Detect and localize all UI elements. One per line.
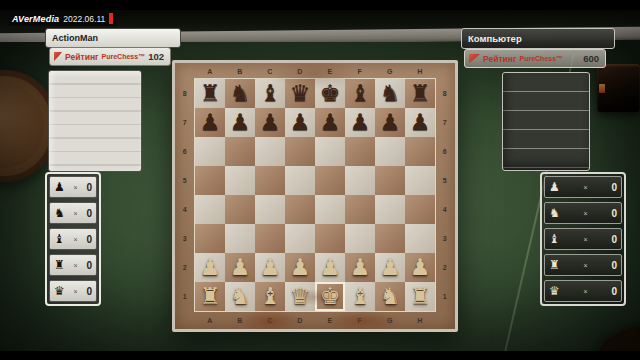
coord-label-8: 8 xyxy=(175,79,195,108)
square-b7[interactable]: ♟ xyxy=(225,108,255,137)
move-list-right xyxy=(502,72,590,171)
captured-count: 0 xyxy=(86,286,92,297)
square-d3[interactable] xyxy=(285,224,315,253)
record-indicator-icon xyxy=(109,13,113,24)
multiply-sign: × xyxy=(584,288,588,295)
square-f2[interactable]: ♟ xyxy=(345,253,375,282)
square-a1[interactable]: ♜ xyxy=(195,282,225,311)
piece-black-knight: ♞ xyxy=(230,82,251,105)
square-b3[interactable] xyxy=(225,224,255,253)
square-f4[interactable] xyxy=(345,195,375,224)
square-e7[interactable]: ♟ xyxy=(315,108,345,137)
square-g4[interactable] xyxy=(375,195,405,224)
piece-white-knight: ♞ xyxy=(230,285,251,308)
player-name-left-label: ActionMan xyxy=(52,33,98,43)
square-h1[interactable]: ♜ xyxy=(405,282,435,311)
coord-label-2: 2 xyxy=(175,253,195,282)
captured-row-left-pawn: ♟×0 xyxy=(49,176,97,198)
square-c5[interactable] xyxy=(255,166,285,195)
captured-tray-right: ♟×0♞×0♝×0♜×0♛×0 xyxy=(540,172,626,306)
piece-white-pawn: ♟ xyxy=(410,256,431,279)
board-corner xyxy=(435,63,455,79)
board-corner xyxy=(175,311,195,329)
multiply-sign: × xyxy=(74,184,78,191)
captured-row-right-bishop: ♝×0 xyxy=(544,228,622,250)
coord-label-5: 5 xyxy=(175,166,195,195)
coord-label-6: 6 xyxy=(435,137,455,166)
square-g2[interactable]: ♟ xyxy=(375,253,405,282)
square-a4[interactable] xyxy=(195,195,225,224)
piece-white-king: ♚ xyxy=(320,285,341,308)
coord-label-7: 7 xyxy=(435,108,455,137)
square-c8[interactable]: ♝ xyxy=(255,79,285,108)
square-d1[interactable]: ♛ xyxy=(285,282,315,311)
coord-label-f: F xyxy=(345,63,375,79)
multiply-sign: × xyxy=(584,210,588,217)
square-h7[interactable]: ♟ xyxy=(405,108,435,137)
queen-icon: ♛ xyxy=(54,285,65,297)
square-h8[interactable]: ♜ xyxy=(405,79,435,108)
screen: ABCDEFGH8♜♞♝♛♚♝♞♜87♟♟♟♟♟♟♟♟7665544332♟♟♟… xyxy=(0,0,640,360)
multiply-sign: × xyxy=(584,236,588,243)
captured-count: 0 xyxy=(86,208,92,219)
square-b5[interactable] xyxy=(225,166,255,195)
coord-label-3: 3 xyxy=(435,224,455,253)
coord-label-e: E xyxy=(315,311,345,329)
rating-brand: PureChess™ xyxy=(519,55,563,62)
rook-icon: ♜ xyxy=(54,259,65,271)
piece-black-pawn: ♟ xyxy=(380,111,401,134)
player-name-left: ActionMan xyxy=(45,28,181,48)
square-c3[interactable] xyxy=(255,224,285,253)
piece-black-rook: ♜ xyxy=(410,82,431,105)
rating-flag-icon xyxy=(469,54,480,63)
square-h3[interactable] xyxy=(405,224,435,253)
multiply-sign: × xyxy=(74,210,78,217)
multiply-sign: × xyxy=(74,236,78,243)
coord-label-h: H xyxy=(405,63,435,79)
coord-label-c: C xyxy=(255,63,285,79)
square-c4[interactable] xyxy=(255,195,285,224)
square-g5[interactable] xyxy=(375,166,405,195)
piece-white-knight: ♞ xyxy=(380,285,401,308)
square-g6[interactable] xyxy=(375,137,405,166)
avermedia-logo: AVerMedia xyxy=(12,14,59,24)
square-d6[interactable] xyxy=(285,137,315,166)
multiply-sign: × xyxy=(584,262,588,269)
square-e5[interactable] xyxy=(315,166,345,195)
square-e8[interactable]: ♚ xyxy=(315,79,345,108)
coord-label-8: 8 xyxy=(435,79,455,108)
rating-brand: PureChess™ xyxy=(102,53,146,60)
square-b8[interactable]: ♞ xyxy=(225,79,255,108)
rook-icon: ♜ xyxy=(549,259,560,271)
coord-label-1: 1 xyxy=(435,282,455,311)
move-list-left xyxy=(48,70,142,172)
captured-row-left-queen: ♛×0 xyxy=(49,280,97,302)
captured-row-left-knight: ♞×0 xyxy=(49,202,97,224)
square-c6[interactable] xyxy=(255,137,285,166)
square-e6[interactable] xyxy=(315,137,345,166)
coord-label-b: B xyxy=(225,63,255,79)
piece-black-pawn: ♟ xyxy=(410,111,431,134)
player-rating-right: Рейтинг PureChess™ 600 xyxy=(464,49,606,68)
square-c2[interactable]: ♟ xyxy=(255,253,285,282)
piece-black-knight: ♞ xyxy=(380,82,401,105)
piece-white-queen: ♛ xyxy=(290,285,311,308)
coord-label-a: A xyxy=(195,311,225,329)
square-c1[interactable]: ♝ xyxy=(255,282,285,311)
pawn-icon: ♟ xyxy=(549,181,560,193)
piece-white-pawn: ♟ xyxy=(380,256,401,279)
rating-label: Рейтинг xyxy=(65,52,98,62)
square-g7[interactable]: ♟ xyxy=(375,108,405,137)
square-h2[interactable]: ♟ xyxy=(405,253,435,282)
captured-row-right-knight: ♞×0 xyxy=(544,202,622,224)
coord-label-4: 4 xyxy=(175,195,195,224)
rating-value: 600 xyxy=(583,53,601,64)
piece-white-pawn: ♟ xyxy=(320,256,341,279)
piece-black-pawn: ♟ xyxy=(200,111,221,134)
captured-count: 0 xyxy=(86,260,92,271)
square-f5[interactable] xyxy=(345,166,375,195)
rating-value: 102 xyxy=(148,51,166,62)
multiply-sign: × xyxy=(74,262,78,269)
captured-count: 0 xyxy=(86,182,92,193)
captured-count: 0 xyxy=(86,234,92,245)
square-g3[interactable] xyxy=(375,224,405,253)
square-c7[interactable]: ♟ xyxy=(255,108,285,137)
capture-date: 2022.06.11 xyxy=(63,14,105,24)
piece-white-bishop: ♝ xyxy=(350,285,371,308)
square-e3[interactable] xyxy=(315,224,345,253)
letterbox-bottom xyxy=(0,351,640,360)
piece-black-pawn: ♟ xyxy=(290,111,311,134)
coord-label-f: F xyxy=(345,311,375,329)
coord-label-2: 2 xyxy=(435,253,455,282)
queen-icon: ♛ xyxy=(549,285,560,297)
square-g1[interactable]: ♞ xyxy=(375,282,405,311)
square-h6[interactable] xyxy=(405,137,435,166)
player-rating-left: Рейтинг PureChess™ 102 xyxy=(49,47,171,66)
square-g8[interactable]: ♞ xyxy=(375,79,405,108)
square-h5[interactable] xyxy=(405,166,435,195)
square-d4[interactable] xyxy=(285,195,315,224)
piece-white-pawn: ♟ xyxy=(350,256,371,279)
captured-count: 0 xyxy=(611,234,617,245)
piece-white-pawn: ♟ xyxy=(260,256,281,279)
piece-white-pawn: ♟ xyxy=(200,256,221,279)
coord-label-h: H xyxy=(405,311,435,329)
piece-black-pawn: ♟ xyxy=(230,111,251,134)
square-a8[interactable]: ♜ xyxy=(195,79,225,108)
square-d7[interactable]: ♟ xyxy=(285,108,315,137)
captured-count: 0 xyxy=(611,208,617,219)
coord-label-d: D xyxy=(285,311,315,329)
square-f8[interactable]: ♝ xyxy=(345,79,375,108)
coord-label-4: 4 xyxy=(435,195,455,224)
wooden-box xyxy=(597,64,640,112)
piece-white-rook: ♜ xyxy=(410,285,431,308)
square-e1[interactable]: ♚ xyxy=(315,282,345,311)
coord-label-a: A xyxy=(195,63,225,79)
coord-label-b: B xyxy=(225,311,255,329)
piece-black-pawn: ♟ xyxy=(260,111,281,134)
captured-row-right-rook: ♜×0 xyxy=(544,254,622,276)
piece-black-pawn: ♟ xyxy=(320,111,341,134)
square-a2[interactable]: ♟ xyxy=(195,253,225,282)
coord-label-d: D xyxy=(285,63,315,79)
square-d5[interactable] xyxy=(285,166,315,195)
multiply-sign: × xyxy=(74,288,78,295)
piece-white-bishop: ♝ xyxy=(260,285,281,308)
square-b2[interactable]: ♟ xyxy=(225,253,255,282)
piece-black-queen: ♛ xyxy=(290,82,311,105)
captured-count: 0 xyxy=(611,260,617,271)
captured-row-right-pawn: ♟×0 xyxy=(544,176,622,198)
captured-count: 0 xyxy=(611,182,617,193)
player-name-right: Компьютер xyxy=(461,28,615,49)
player-name-right-label: Компьютер xyxy=(468,33,522,44)
coord-label-c: C xyxy=(255,311,285,329)
captured-row-right-queen: ♛×0 xyxy=(544,280,622,302)
square-b4[interactable] xyxy=(225,195,255,224)
bishop-icon: ♝ xyxy=(54,233,65,245)
board-corner xyxy=(435,311,455,329)
square-f3[interactable] xyxy=(345,224,375,253)
piece-black-rook: ♜ xyxy=(200,82,221,105)
coord-label-g: G xyxy=(375,63,405,79)
square-d2[interactable]: ♟ xyxy=(285,253,315,282)
coord-label-5: 5 xyxy=(435,166,455,195)
coord-label-7: 7 xyxy=(175,108,195,137)
letterbox-top xyxy=(0,0,640,10)
square-f1[interactable]: ♝ xyxy=(345,282,375,311)
square-e2[interactable]: ♟ xyxy=(315,253,345,282)
coord-label-3: 3 xyxy=(175,224,195,253)
piece-black-king: ♚ xyxy=(320,82,341,105)
board-corner xyxy=(175,63,195,79)
square-e4[interactable] xyxy=(315,195,345,224)
capture-overlay: AVerMedia 2022.06.11 xyxy=(8,11,116,26)
piece-black-bishop: ♝ xyxy=(260,82,281,105)
captured-tray-left: ♟×0♞×0♝×0♜×0♛×0 xyxy=(45,172,101,306)
chess-board: ABCDEFGH8♜♞♝♛♚♝♞♜87♟♟♟♟♟♟♟♟7665544332♟♟♟… xyxy=(172,60,458,332)
captured-row-left-bishop: ♝×0 xyxy=(49,228,97,250)
square-a5[interactable] xyxy=(195,166,225,195)
rating-flag-icon xyxy=(54,52,62,61)
square-a6[interactable] xyxy=(195,137,225,166)
square-f6[interactable] xyxy=(345,137,375,166)
rating-label: Рейтинг xyxy=(483,54,516,64)
coord-label-1: 1 xyxy=(175,282,195,311)
square-a7[interactable]: ♟ xyxy=(195,108,225,137)
coord-label-g: G xyxy=(375,311,405,329)
square-d8[interactable]: ♛ xyxy=(285,79,315,108)
piece-white-pawn: ♟ xyxy=(290,256,311,279)
square-h4[interactable] xyxy=(405,195,435,224)
coord-label-e: E xyxy=(315,63,345,79)
captured-row-left-rook: ♜×0 xyxy=(49,254,97,276)
square-b6[interactable] xyxy=(225,137,255,166)
piece-black-pawn: ♟ xyxy=(350,111,371,134)
knight-icon: ♞ xyxy=(549,207,560,219)
piece-white-pawn: ♟ xyxy=(230,256,251,279)
multiply-sign: × xyxy=(584,184,588,191)
bishop-icon: ♝ xyxy=(549,233,560,245)
coord-label-6: 6 xyxy=(175,137,195,166)
square-b1[interactable]: ♞ xyxy=(225,282,255,311)
pawn-icon: ♟ xyxy=(54,181,65,193)
square-a3[interactable] xyxy=(195,224,225,253)
captured-count: 0 xyxy=(611,286,617,297)
box-clasp xyxy=(599,84,605,93)
square-f7[interactable]: ♟ xyxy=(345,108,375,137)
piece-white-rook: ♜ xyxy=(200,285,221,308)
piece-black-bishop: ♝ xyxy=(350,82,371,105)
knight-icon: ♞ xyxy=(54,207,65,219)
